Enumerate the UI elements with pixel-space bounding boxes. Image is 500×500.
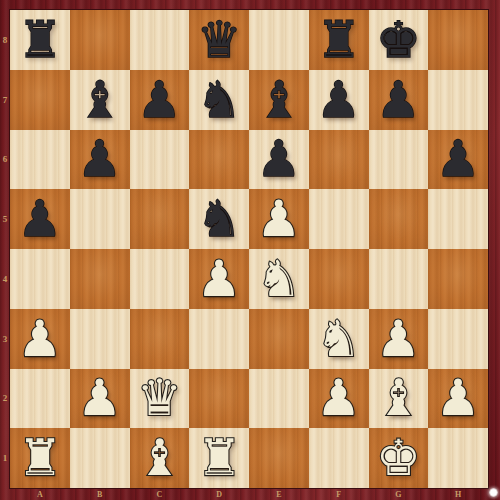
piece-white-pawn[interactable]: ♟ bbox=[249, 189, 309, 249]
rank-label-5: 5 bbox=[0, 189, 10, 249]
square-e6[interactable]: ♟ bbox=[249, 130, 309, 190]
piece-black-king[interactable]: ♚ bbox=[369, 10, 429, 70]
square-b6[interactable]: ♟ bbox=[70, 130, 130, 190]
square-e1[interactable] bbox=[249, 428, 309, 488]
square-f7[interactable]: ♟ bbox=[309, 70, 369, 130]
piece-black-pawn[interactable]: ♟ bbox=[309, 70, 369, 130]
square-g4[interactable] bbox=[369, 249, 429, 309]
square-h7[interactable] bbox=[428, 70, 488, 130]
square-d1[interactable]: ♜ bbox=[189, 428, 249, 488]
square-g2[interactable]: ♝ bbox=[369, 369, 429, 429]
rank-label-6: 6 bbox=[0, 130, 10, 190]
piece-black-pawn[interactable]: ♟ bbox=[249, 130, 309, 190]
square-b2[interactable]: ♟ bbox=[70, 369, 130, 429]
file-label-g: G bbox=[369, 488, 429, 500]
square-g8[interactable]: ♚ bbox=[369, 10, 429, 70]
square-f3[interactable]: ♞ bbox=[309, 309, 369, 369]
square-g1[interactable]: ♚ bbox=[369, 428, 429, 488]
square-b4[interactable] bbox=[70, 249, 130, 309]
piece-white-rook[interactable]: ♜ bbox=[10, 428, 70, 488]
square-c2[interactable]: ♛ bbox=[130, 369, 190, 429]
square-a4[interactable] bbox=[10, 249, 70, 309]
square-c5[interactable] bbox=[130, 189, 190, 249]
piece-white-king[interactable]: ♚ bbox=[369, 428, 429, 488]
piece-black-pawn[interactable]: ♟ bbox=[428, 130, 488, 190]
square-c7[interactable]: ♟ bbox=[130, 70, 190, 130]
square-d4[interactable]: ♟ bbox=[189, 249, 249, 309]
piece-black-bishop[interactable]: ♝ bbox=[249, 70, 309, 130]
square-b5[interactable] bbox=[70, 189, 130, 249]
file-label-a: A bbox=[10, 488, 70, 500]
square-d7[interactable]: ♞ bbox=[189, 70, 249, 130]
piece-black-pawn[interactable]: ♟ bbox=[369, 70, 429, 130]
rank-label-4: 4 bbox=[0, 249, 10, 309]
square-c1[interactable]: ♝ bbox=[130, 428, 190, 488]
square-h2[interactable]: ♟ bbox=[428, 369, 488, 429]
rank-label-1: 1 bbox=[0, 428, 10, 488]
file-label-h: H bbox=[428, 488, 488, 500]
square-a2[interactable] bbox=[10, 369, 70, 429]
piece-white-pawn[interactable]: ♟ bbox=[369, 309, 429, 369]
piece-black-rook[interactable]: ♜ bbox=[309, 10, 369, 70]
piece-black-knight[interactable]: ♞ bbox=[189, 189, 249, 249]
square-h6[interactable]: ♟ bbox=[428, 130, 488, 190]
square-f4[interactable] bbox=[309, 249, 369, 309]
rank-label-7: 7 bbox=[0, 70, 10, 130]
white-to-move-indicator bbox=[489, 488, 498, 497]
square-d6[interactable] bbox=[189, 130, 249, 190]
square-b8[interactable] bbox=[70, 10, 130, 70]
chess-board-frame: 87654321 ♜♛♜♚♝♟♞♝♟♟♟♟♟♟♞♟♟♞♟♞♟♟♛♟♝♟♜♝♜♚ … bbox=[0, 0, 500, 500]
piece-white-bishop[interactable]: ♝ bbox=[369, 369, 429, 429]
file-label-f: F bbox=[309, 488, 369, 500]
square-e5[interactable]: ♟ bbox=[249, 189, 309, 249]
square-g5[interactable] bbox=[369, 189, 429, 249]
file-label-d: D bbox=[189, 488, 249, 500]
square-h5[interactable] bbox=[428, 189, 488, 249]
square-b1[interactable] bbox=[70, 428, 130, 488]
square-c3[interactable] bbox=[130, 309, 190, 369]
piece-black-pawn[interactable]: ♟ bbox=[70, 130, 130, 190]
square-h1[interactable] bbox=[428, 428, 488, 488]
piece-white-pawn[interactable]: ♟ bbox=[70, 369, 130, 429]
piece-black-pawn[interactable]: ♟ bbox=[10, 189, 70, 249]
square-a5[interactable]: ♟ bbox=[10, 189, 70, 249]
file-label-c: C bbox=[130, 488, 190, 500]
square-c8[interactable] bbox=[130, 10, 190, 70]
square-f8[interactable]: ♜ bbox=[309, 10, 369, 70]
square-a3[interactable]: ♟ bbox=[10, 309, 70, 369]
piece-white-rook[interactable]: ♜ bbox=[189, 428, 249, 488]
square-a1[interactable]: ♜ bbox=[10, 428, 70, 488]
piece-black-pawn[interactable]: ♟ bbox=[130, 70, 190, 130]
square-a6[interactable] bbox=[10, 130, 70, 190]
square-f1[interactable] bbox=[309, 428, 369, 488]
piece-black-bishop[interactable]: ♝ bbox=[70, 70, 130, 130]
piece-black-knight[interactable]: ♞ bbox=[189, 70, 249, 130]
piece-white-knight[interactable]: ♞ bbox=[309, 309, 369, 369]
square-d3[interactable] bbox=[189, 309, 249, 369]
piece-white-pawn[interactable]: ♟ bbox=[309, 369, 369, 429]
chess-board: ♜♛♜♚♝♟♞♝♟♟♟♟♟♟♞♟♟♞♟♞♟♟♛♟♝♟♜♝♜♚ bbox=[10, 10, 488, 488]
square-d8[interactable]: ♛ bbox=[189, 10, 249, 70]
square-e3[interactable] bbox=[249, 309, 309, 369]
rank-label-3: 3 bbox=[0, 309, 10, 369]
piece-white-pawn[interactable]: ♟ bbox=[189, 249, 249, 309]
square-h4[interactable] bbox=[428, 249, 488, 309]
square-e7[interactable]: ♝ bbox=[249, 70, 309, 130]
piece-black-rook[interactable]: ♜ bbox=[10, 10, 70, 70]
square-e2[interactable] bbox=[249, 369, 309, 429]
rank-label-2: 2 bbox=[0, 369, 10, 429]
square-g3[interactable]: ♟ bbox=[369, 309, 429, 369]
square-a8[interactable]: ♜ bbox=[10, 10, 70, 70]
square-g7[interactable]: ♟ bbox=[369, 70, 429, 130]
piece-black-queen[interactable]: ♛ bbox=[189, 10, 249, 70]
file-label-b: B bbox=[70, 488, 130, 500]
file-label-e: E bbox=[249, 488, 309, 500]
square-f6[interactable] bbox=[309, 130, 369, 190]
square-b3[interactable] bbox=[70, 309, 130, 369]
square-h8[interactable] bbox=[428, 10, 488, 70]
square-c6[interactable] bbox=[130, 130, 190, 190]
square-h3[interactable] bbox=[428, 309, 488, 369]
file-labels: ABCDEFGH bbox=[10, 488, 488, 500]
square-c4[interactable] bbox=[130, 249, 190, 309]
square-b7[interactable]: ♝ bbox=[70, 70, 130, 130]
piece-white-pawn[interactable]: ♟ bbox=[10, 309, 70, 369]
rank-label-8: 8 bbox=[0, 10, 10, 70]
square-f5[interactable] bbox=[309, 189, 369, 249]
square-a7[interactable] bbox=[10, 70, 70, 130]
square-f2[interactable]: ♟ bbox=[309, 369, 369, 429]
rank-labels: 87654321 bbox=[0, 10, 10, 488]
square-g6[interactable] bbox=[369, 130, 429, 190]
piece-white-queen[interactable]: ♛ bbox=[130, 369, 190, 429]
piece-white-knight[interactable]: ♞ bbox=[249, 249, 309, 309]
piece-white-pawn[interactable]: ♟ bbox=[428, 369, 488, 429]
square-e8[interactable] bbox=[249, 10, 309, 70]
square-d5[interactable]: ♞ bbox=[189, 189, 249, 249]
square-d2[interactable] bbox=[189, 369, 249, 429]
square-e4[interactable]: ♞ bbox=[249, 249, 309, 309]
piece-white-bishop[interactable]: ♝ bbox=[130, 428, 190, 488]
